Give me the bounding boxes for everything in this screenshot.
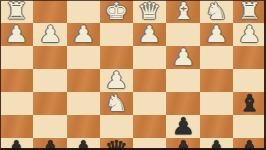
square-e1[interactable]: ♚ [100, 0, 133, 23]
square-f4[interactable] [67, 69, 100, 92]
square-h7[interactable]: ♟ [0, 138, 33, 150]
square-d4[interactable] [133, 69, 166, 92]
square-f6[interactable] [67, 115, 100, 138]
square-h6[interactable] [0, 115, 33, 138]
chess-board-container: ♜♚♛♝♞♜♟♟♟♟♟♟♟♟♞♝♟♟♟♟♛♟♟♟♜♞♚♝♜ [0, 0, 266, 150]
piece-black-pawn[interactable]: ♟ [71, 138, 95, 150]
square-d7[interactable] [133, 138, 166, 150]
piece-black-pawn[interactable]: ♟ [238, 138, 262, 150]
square-h1[interactable]: ♜ [0, 0, 33, 23]
piece-white-pawn[interactable]: ♟ [171, 46, 195, 69]
square-g5[interactable] [33, 92, 66, 115]
square-a4[interactable] [233, 69, 266, 92]
square-a1[interactable]: ♜ [233, 0, 266, 23]
piece-white-bishop[interactable]: ♝ [171, 0, 195, 23]
piece-white-pawn[interactable]: ♟ [71, 23, 95, 46]
square-h4[interactable] [0, 69, 33, 92]
piece-white-pawn[interactable]: ♟ [204, 23, 228, 46]
piece-white-pawn[interactable]: ♟ [238, 23, 262, 46]
square-f1[interactable] [67, 0, 100, 23]
square-a2[interactable]: ♟ [233, 23, 266, 46]
square-c3[interactable]: ♟ [166, 46, 199, 69]
square-e2[interactable] [100, 23, 133, 46]
square-f2[interactable]: ♟ [67, 23, 100, 46]
square-c1[interactable]: ♝ [166, 0, 199, 23]
square-h2[interactable]: ♟ [0, 23, 33, 46]
piece-black-bishop[interactable]: ♝ [238, 92, 262, 115]
square-e3[interactable] [100, 46, 133, 69]
piece-black-queen[interactable]: ♛ [105, 138, 129, 150]
piece-white-knight[interactable]: ♞ [204, 0, 228, 23]
square-b4[interactable] [200, 69, 233, 92]
square-g4[interactable] [33, 69, 66, 92]
square-e7[interactable]: ♛ [100, 138, 133, 150]
square-c2[interactable] [166, 23, 199, 46]
square-h3[interactable] [0, 46, 33, 69]
square-a7[interactable]: ♟ [233, 138, 266, 150]
square-b3[interactable] [200, 46, 233, 69]
piece-white-pawn[interactable]: ♟ [105, 69, 129, 92]
square-f5[interactable] [67, 92, 100, 115]
square-a6[interactable] [233, 115, 266, 138]
square-a5[interactable]: ♝ [233, 92, 266, 115]
square-d6[interactable] [133, 115, 166, 138]
square-b7[interactable]: ♟ [200, 138, 233, 150]
square-g1[interactable] [33, 0, 66, 23]
piece-black-pawn[interactable]: ♟ [204, 138, 228, 150]
square-d1[interactable]: ♛ [133, 0, 166, 23]
piece-white-pawn[interactable]: ♟ [138, 23, 162, 46]
square-f3[interactable] [67, 46, 100, 69]
square-g7[interactable]: ♟ [33, 138, 66, 150]
piece-white-rook[interactable]: ♜ [238, 0, 262, 23]
square-d2[interactable]: ♟ [133, 23, 166, 46]
square-e6[interactable] [100, 115, 133, 138]
square-g2[interactable]: ♟ [33, 23, 66, 46]
piece-black-pawn[interactable]: ♟ [5, 138, 29, 150]
square-b1[interactable]: ♞ [200, 0, 233, 23]
piece-white-king[interactable]: ♚ [105, 0, 129, 23]
piece-white-knight[interactable]: ♞ [105, 92, 129, 115]
square-g6[interactable] [33, 115, 66, 138]
piece-white-pawn[interactable]: ♟ [38, 23, 62, 46]
square-c6[interactable]: ♟ [166, 115, 199, 138]
piece-black-pawn[interactable]: ♟ [38, 138, 62, 150]
square-h5[interactable] [0, 92, 33, 115]
square-e4[interactable]: ♟ [100, 69, 133, 92]
piece-white-pawn[interactable]: ♟ [5, 23, 29, 46]
square-f7[interactable]: ♟ [67, 138, 100, 150]
piece-white-rook[interactable]: ♜ [5, 0, 29, 23]
square-g3[interactable] [33, 46, 66, 69]
square-b6[interactable] [200, 115, 233, 138]
piece-black-pawn[interactable]: ♟ [171, 138, 195, 150]
chess-board: ♜♚♛♝♞♜♟♟♟♟♟♟♟♟♞♝♟♟♟♟♛♟♟♟♜♞♚♝♜ [0, 0, 266, 150]
square-e5[interactable]: ♞ [100, 92, 133, 115]
square-c4[interactable] [166, 69, 199, 92]
square-b5[interactable] [200, 92, 233, 115]
piece-white-queen[interactable]: ♛ [138, 0, 162, 23]
square-c5[interactable] [166, 92, 199, 115]
square-b2[interactable]: ♟ [200, 23, 233, 46]
square-d3[interactable] [133, 46, 166, 69]
square-a3[interactable] [233, 46, 266, 69]
piece-black-pawn[interactable]: ♟ [171, 115, 195, 138]
square-c7[interactable]: ♟ [166, 138, 199, 150]
square-d5[interactable] [133, 92, 166, 115]
